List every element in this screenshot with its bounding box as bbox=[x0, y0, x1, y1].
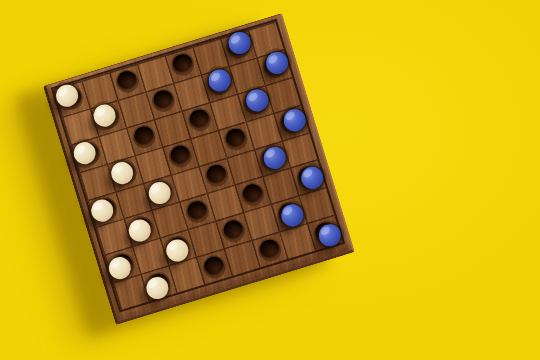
peg-hole[interactable] bbox=[151, 88, 176, 113]
peg-hole[interactable] bbox=[114, 69, 139, 94]
white-peg[interactable] bbox=[146, 179, 173, 206]
white-peg[interactable] bbox=[108, 160, 135, 187]
peg-hole[interactable] bbox=[257, 237, 282, 262]
peg-hole[interactable] bbox=[131, 124, 156, 149]
peg-hole[interactable] bbox=[204, 163, 229, 188]
white-peg[interactable] bbox=[91, 102, 118, 129]
peg-hole[interactable] bbox=[167, 144, 192, 169]
peg-hole[interactable] bbox=[184, 199, 209, 224]
peg-hole[interactable] bbox=[170, 52, 195, 77]
peg-hole[interactable] bbox=[187, 108, 212, 133]
peg-hole[interactable] bbox=[223, 127, 248, 152]
peg-hole[interactable] bbox=[201, 254, 226, 279]
peg-hole[interactable] bbox=[240, 182, 265, 207]
photo: { "game": "checkers", "scene_description… bbox=[0, 0, 540, 360]
peg-hole[interactable] bbox=[220, 218, 245, 243]
